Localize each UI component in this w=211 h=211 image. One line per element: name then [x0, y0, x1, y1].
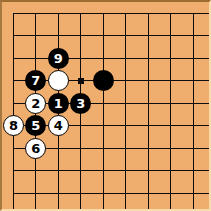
go-stone-black-1: 1: [48, 93, 69, 114]
go-stone-white-2: 2: [25, 93, 46, 114]
go-stone-black-9: 9: [48, 48, 69, 69]
go-stone-white-8: 8: [3, 115, 24, 136]
go-stone-white-4: 4: [48, 115, 69, 136]
go-stone-black-7: 7: [25, 70, 46, 91]
stone-layer: 972138546: [2, 2, 204, 204]
go-board-diagram: 972138546: [0, 0, 211, 211]
star-point-marker: [78, 78, 84, 84]
go-stone-black: [93, 70, 114, 91]
go-stone-black-5: 5: [25, 115, 46, 136]
go-stone-white: [48, 70, 69, 91]
go-stone-black-3: 3: [70, 93, 91, 114]
go-stone-white-6: 6: [25, 138, 46, 159]
